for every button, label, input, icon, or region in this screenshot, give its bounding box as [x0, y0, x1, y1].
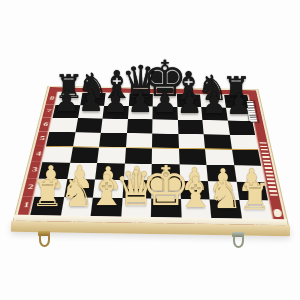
square-e8: [153, 94, 177, 107]
square-h3: [234, 165, 265, 182]
square-g7: [201, 107, 227, 121]
square-c7: [103, 105, 129, 118]
square-a8: [56, 92, 82, 105]
square-b7: [78, 105, 105, 118]
square-g5: [204, 134, 232, 149]
square-g4: [205, 149, 234, 165]
brass-clasp-left: [36, 231, 52, 247]
square-f3: [179, 164, 208, 181]
square-f6: [177, 120, 203, 134]
square-h5: [229, 134, 258, 149]
square-g3: [206, 165, 236, 182]
square-b8: [80, 93, 106, 106]
square-b5: [73, 132, 101, 147]
square-b3: [67, 162, 97, 179]
square-d8: [128, 93, 152, 106]
square-f7: [177, 107, 202, 121]
square-a4: [42, 146, 72, 162]
square-c4: [97, 147, 125, 163]
square-a3: [39, 162, 70, 179]
square-h4: [231, 149, 261, 165]
square-d2: [122, 180, 151, 198]
square-d3: [123, 163, 151, 180]
square-e2: [151, 180, 180, 198]
square-d6: [127, 119, 153, 133]
board-grid: [30, 92, 271, 219]
square-e7: [152, 106, 177, 120]
square-g2: [208, 181, 239, 199]
square-c3: [95, 163, 124, 180]
square-e3: [151, 164, 179, 181]
square-f2: [180, 181, 210, 199]
square-c1: [91, 197, 122, 216]
square-g1: [210, 199, 242, 219]
brand-logo-icon: [272, 209, 282, 217]
square-a5: [46, 132, 75, 147]
clasp-hook-icon: [233, 236, 244, 248]
square-a1: [30, 196, 64, 215]
square-f8: [176, 94, 201, 107]
square-h1: [239, 200, 272, 220]
square-b4: [70, 147, 99, 163]
metal-clasp-right: [230, 232, 246, 248]
clasp-hook-icon: [39, 235, 50, 247]
square-b2: [64, 179, 95, 197]
square-f5: [178, 134, 205, 149]
square-c5: [99, 132, 127, 147]
chess-board: abcdefgh 87654321: [13, 86, 289, 229]
square-e5: [152, 133, 178, 148]
square-a6: [49, 118, 77, 132]
square-g6: [202, 120, 229, 134]
chess-set-product-photo[interactable]: abcdefgh 87654321 ♜♞♝♛♚♝♞♜♟♟♟♟♟♟♟♟♟♟♟♟♟♟…: [0, 0, 300, 300]
square-c6: [101, 119, 128, 133]
square-e1: [151, 198, 181, 218]
square-b1: [60, 197, 93, 216]
square-f1: [180, 199, 211, 219]
square-b6: [75, 118, 102, 132]
square-e4: [152, 148, 179, 164]
square-c8: [104, 93, 129, 106]
square-h2: [236, 182, 268, 200]
square-f4: [178, 148, 206, 164]
square-d4: [124, 148, 152, 164]
square-a7: [53, 105, 80, 118]
square-d7: [127, 106, 152, 120]
square-a2: [35, 179, 67, 197]
square-d5: [126, 133, 153, 148]
square-d1: [121, 198, 151, 218]
square-c2: [93, 179, 123, 197]
square-g8: [200, 95, 225, 108]
square-e6: [152, 119, 178, 133]
